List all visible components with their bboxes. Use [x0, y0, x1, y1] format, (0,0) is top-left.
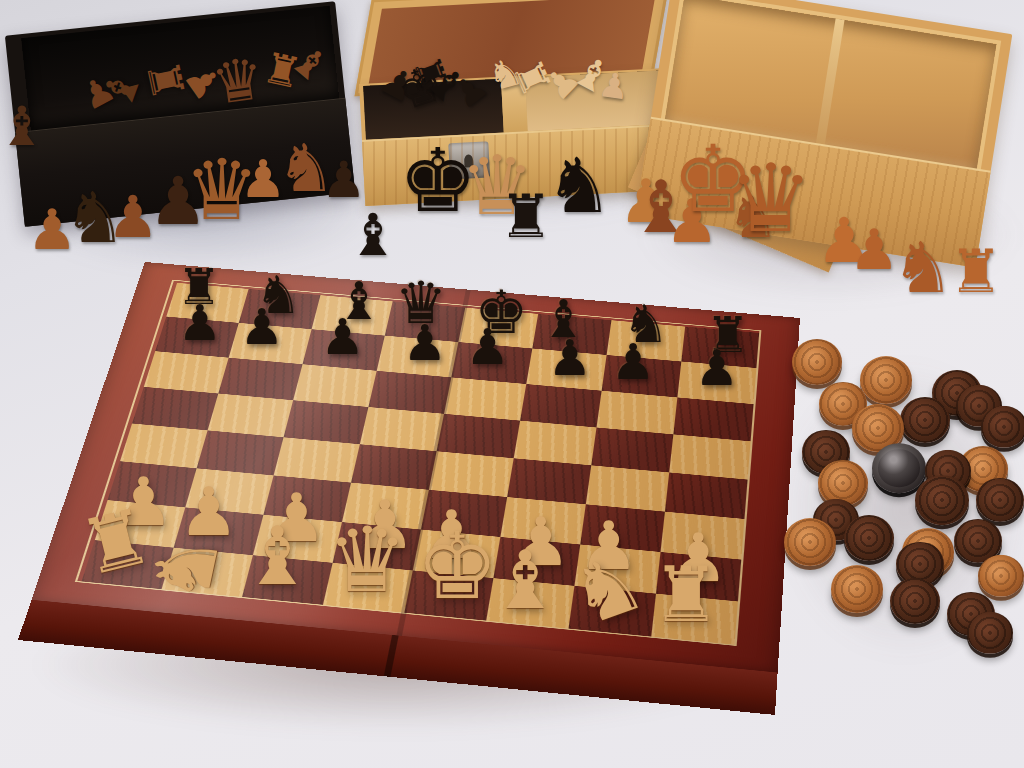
piece-black-p-d7[interactable]: ♟	[403, 319, 447, 368]
draught-piece-dark[interactable]	[915, 475, 969, 525]
draught-piece-dark[interactable]	[967, 612, 1013, 654]
piece-white-b-f1[interactable]: ♝	[489, 541, 561, 621]
scene: ♛♜♝♟♜♟♝♟♞♟♟♛♟♞♟♝♚♟♝♟♜♜♟♝♟♞♝♚♛♜♞♟♝♟♚♞♛♟♟♞…	[0, 0, 1024, 768]
piece-white-b-c1[interactable]: ♝	[242, 517, 314, 597]
loose-piece-b: ♝	[0, 100, 46, 154]
piece-black-p-a7[interactable]: ♟	[178, 299, 222, 348]
loose-piece-q: ♛	[729, 152, 813, 246]
draught-piece-dark[interactable]	[890, 578, 940, 624]
piece-white-r-h1[interactable]: ♜	[652, 556, 720, 632]
piece-black-p-b7[interactable]: ♟	[240, 303, 284, 352]
piece-black-p-g7[interactable]: ♟	[611, 337, 655, 386]
loose-piece-n: ♞	[545, 148, 613, 224]
draught-piece-dark[interactable]	[900, 397, 950, 443]
loose-piece-p: ♟	[597, 67, 632, 105]
loose-piece-p: ♟	[322, 155, 367, 205]
loose-piece-r: ♜	[949, 241, 1003, 301]
draught-piece-dark[interactable]	[844, 515, 894, 561]
piece-white-q-d1[interactable]: ♛	[327, 516, 407, 606]
piece-black-p-c7[interactable]: ♟	[320, 313, 364, 362]
loose-piece-n: ♞	[892, 233, 955, 303]
draught-piece-dark[interactable]	[976, 478, 1024, 522]
draught-piece-light[interactable]	[831, 565, 883, 613]
draught-piece-light[interactable]	[784, 518, 836, 566]
piece-white-k-e1[interactable]: ♚	[416, 520, 498, 612]
draught-piece-light[interactable]	[792, 339, 842, 385]
draught-piece-dark[interactable]	[981, 406, 1024, 448]
piece-black-p-f7[interactable]: ♟	[548, 333, 592, 382]
piece-black-p-h7[interactable]: ♟	[695, 343, 739, 392]
draught-piece-light[interactable]	[860, 356, 912, 404]
draught-piece-shiny[interactable]	[872, 443, 926, 493]
draught-piece-light[interactable]	[978, 555, 1024, 597]
piece-black-p-e7[interactable]: ♟	[465, 323, 509, 372]
large-box-divider	[816, 19, 845, 147]
loose-piece-b: ♝	[347, 206, 399, 264]
